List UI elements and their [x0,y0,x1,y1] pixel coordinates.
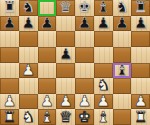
white-rook-h1[interactable]: ♜ [134,109,147,124]
square-g4[interactable]: ♝ [113,63,132,79]
square-d1[interactable]: ♛ [56,109,75,125]
square-c3[interactable] [38,78,57,94]
square-b7[interactable]: ♟ [19,16,38,32]
square-c8[interactable] [38,0,57,16]
square-d6[interactable] [56,31,75,47]
black-pawn-f7[interactable]: ♟ [96,16,109,31]
chess-board: ♜♞♛♚♝♞♜♟♟♟♟♟♟♟♟♟♝♞♟♟♟♟♟♟♜♞♝♛♚♝♜ [0,0,150,125]
square-f4[interactable] [94,63,113,79]
square-b3[interactable] [19,78,38,94]
white-pawn-d2[interactable]: ♟ [59,94,72,109]
square-f1[interactable]: ♝ [94,109,113,125]
square-b8[interactable]: ♞ [19,0,38,16]
white-queen-d1[interactable]: ♛ [59,109,72,124]
square-f5[interactable] [94,47,113,63]
square-f3[interactable]: ♞ [94,78,113,94]
black-king-e8[interactable]: ♚ [78,0,91,15]
square-g1[interactable] [113,109,132,125]
white-bishop-c1[interactable]: ♝ [40,109,53,124]
square-e1[interactable]: ♚ [75,109,94,125]
black-bishop-g4[interactable]: ♝ [115,63,128,78]
square-d3[interactable] [56,78,75,94]
square-h6[interactable] [131,31,150,47]
square-h5[interactable] [131,47,150,63]
square-a6[interactable] [0,31,19,47]
black-pawn-c7[interactable]: ♟ [40,16,53,31]
white-pawn-b4[interactable]: ♟ [21,63,34,78]
square-g5[interactable] [113,47,132,63]
square-c6[interactable] [38,31,57,47]
square-e2[interactable]: ♟ [75,94,94,110]
square-g6[interactable] [113,31,132,47]
square-g7[interactable]: ♟ [113,16,132,32]
black-pawn-h7[interactable]: ♟ [134,16,147,31]
square-e3[interactable] [75,78,94,94]
square-a2[interactable]: ♟ [0,94,19,110]
black-queen-d8[interactable]: ♛ [59,0,72,15]
square-b5[interactable] [19,47,38,63]
square-a3[interactable] [0,78,19,94]
square-b1[interactable]: ♞ [19,109,38,125]
square-a7[interactable]: ♟ [0,16,19,32]
black-pawn-d5[interactable]: ♟ [59,47,72,62]
black-bishop-f8[interactable]: ♝ [96,0,109,15]
black-knight-g8[interactable]: ♞ [115,0,128,15]
square-e7[interactable]: ♟ [75,16,94,32]
square-f8[interactable]: ♝ [94,0,113,16]
square-e6[interactable] [75,31,94,47]
white-rook-a1[interactable]: ♜ [3,109,16,124]
white-pawn-h2[interactable]: ♟ [134,94,147,109]
square-d7[interactable] [56,16,75,32]
square-h4[interactable] [131,63,150,79]
white-pawn-a2[interactable]: ♟ [3,94,16,109]
black-pawn-g7[interactable]: ♟ [115,16,128,31]
white-knight-f3[interactable]: ♞ [96,78,109,93]
square-f2[interactable]: ♟ [94,94,113,110]
square-h7[interactable]: ♟ [131,16,150,32]
square-d4[interactable] [56,63,75,79]
square-h1[interactable]: ♜ [131,109,150,125]
square-a4[interactable] [0,63,19,79]
square-d2[interactable]: ♟ [56,94,75,110]
square-h8[interactable]: ♜ [131,0,150,16]
white-knight-b1[interactable]: ♞ [21,109,34,124]
square-b4[interactable]: ♟ [19,63,38,79]
white-bishop-f1[interactable]: ♝ [96,109,109,124]
square-c7[interactable]: ♟ [38,16,57,32]
square-g8[interactable]: ♞ [113,0,132,16]
white-pawn-e2[interactable]: ♟ [78,94,91,109]
square-d5[interactable]: ♟ [56,47,75,63]
square-g2[interactable] [113,94,132,110]
black-pawn-a7[interactable]: ♟ [3,16,16,31]
square-a1[interactable]: ♜ [0,109,19,125]
square-a8[interactable]: ♜ [0,0,19,16]
square-g3[interactable] [113,78,132,94]
square-b6[interactable] [19,31,38,47]
square-f7[interactable]: ♟ [94,16,113,32]
square-a5[interactable] [0,47,19,63]
white-king-e1[interactable]: ♚ [78,109,91,124]
white-pawn-c2[interactable]: ♟ [40,94,53,109]
square-h2[interactable]: ♟ [131,94,150,110]
square-e8[interactable]: ♚ [75,0,94,16]
black-pawn-e7[interactable]: ♟ [78,16,91,31]
square-d8[interactable]: ♛ [56,0,75,16]
square-c4[interactable] [38,63,57,79]
square-e5[interactable] [75,47,94,63]
square-b2[interactable] [19,94,38,110]
black-knight-b8[interactable]: ♞ [21,0,34,15]
black-rook-h8[interactable]: ♜ [134,0,147,15]
square-c5[interactable] [38,47,57,63]
black-rook-a8[interactable]: ♜ [3,0,16,15]
square-f6[interactable] [94,31,113,47]
square-e4[interactable] [75,63,94,79]
square-c2[interactable]: ♟ [38,94,57,110]
white-pawn-f2[interactable]: ♟ [96,94,109,109]
black-pawn-b7[interactable]: ♟ [21,16,34,31]
square-c1[interactable]: ♝ [38,109,57,125]
square-h3[interactable] [131,78,150,94]
